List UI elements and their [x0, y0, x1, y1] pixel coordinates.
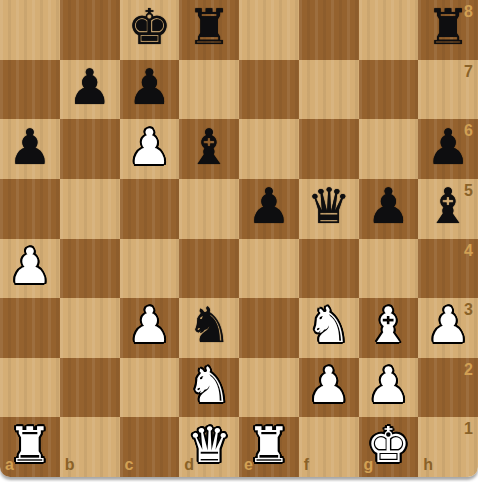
rank-label-2: 2 — [464, 362, 473, 378]
square-c8[interactable]: ♚ — [120, 0, 180, 60]
piece-white-queen-d1[interactable]: ♛ — [187, 421, 231, 470]
square-g5[interactable]: ♟ — [359, 179, 419, 239]
piece-black-pawn-a6[interactable]: ♟ — [8, 123, 52, 172]
square-b3[interactable] — [60, 298, 120, 358]
square-c3[interactable]: ♟ — [120, 298, 180, 358]
piece-black-pawn-h6[interactable]: ♟ — [426, 123, 470, 172]
square-h4[interactable]: 4 — [418, 239, 478, 299]
square-c1[interactable]: c — [120, 417, 180, 477]
piece-black-rook-h8[interactable]: ♜ — [426, 3, 470, 52]
piece-white-knight-f3[interactable]: ♞ — [307, 301, 351, 350]
square-h2[interactable]: 2 — [418, 358, 478, 418]
square-c2[interactable] — [120, 358, 180, 418]
piece-white-rook-a1[interactable]: ♜ — [8, 421, 52, 470]
file-label-f: f — [304, 457, 309, 473]
square-e3[interactable] — [239, 298, 299, 358]
piece-black-pawn-g5[interactable]: ♟ — [366, 182, 410, 231]
square-g8[interactable] — [359, 0, 419, 60]
square-h3[interactable]: 3♟ — [418, 298, 478, 358]
piece-black-pawn-e5[interactable]: ♟ — [247, 182, 291, 231]
piece-white-rook-e1[interactable]: ♜ — [247, 421, 291, 470]
square-f3[interactable]: ♞ — [299, 298, 359, 358]
square-g1[interactable]: g♚ — [359, 417, 419, 477]
piece-white-knight-d2[interactable]: ♞ — [187, 361, 231, 410]
square-f5[interactable]: ♛ — [299, 179, 359, 239]
square-f1[interactable]: f — [299, 417, 359, 477]
square-g6[interactable] — [359, 119, 419, 179]
piece-white-pawn-c6[interactable]: ♟ — [127, 123, 171, 172]
square-f6[interactable] — [299, 119, 359, 179]
square-a1[interactable]: a♜ — [0, 417, 60, 477]
square-d6[interactable]: ♝ — [179, 119, 239, 179]
square-e1[interactable]: e♜ — [239, 417, 299, 477]
square-a4[interactable]: ♟ — [0, 239, 60, 299]
square-h7[interactable]: 7 — [418, 60, 478, 120]
square-b7[interactable]: ♟ — [60, 60, 120, 120]
square-h1[interactable]: 1h — [418, 417, 478, 477]
piece-white-pawn-f2[interactable]: ♟ — [307, 361, 351, 410]
square-h6[interactable]: 6♟ — [418, 119, 478, 179]
square-a6[interactable]: ♟ — [0, 119, 60, 179]
rank-label-1: 1 — [464, 421, 473, 437]
square-b6[interactable] — [60, 119, 120, 179]
square-e5[interactable]: ♟ — [239, 179, 299, 239]
piece-white-pawn-h3[interactable]: ♟ — [426, 301, 470, 350]
square-e6[interactable] — [239, 119, 299, 179]
rank-label-7: 7 — [464, 64, 473, 80]
square-d2[interactable]: ♞ — [179, 358, 239, 418]
square-h5[interactable]: 5♝ — [418, 179, 478, 239]
square-f2[interactable]: ♟ — [299, 358, 359, 418]
square-e2[interactable] — [239, 358, 299, 418]
square-a2[interactable] — [0, 358, 60, 418]
square-b1[interactable]: b — [60, 417, 120, 477]
piece-white-king-g1[interactable]: ♚ — [366, 421, 410, 470]
square-f7[interactable] — [299, 60, 359, 120]
piece-black-pawn-b7[interactable]: ♟ — [68, 63, 112, 112]
square-h8[interactable]: 8♜ — [418, 0, 478, 60]
square-b4[interactable] — [60, 239, 120, 299]
file-label-h: h — [423, 457, 433, 473]
square-c5[interactable] — [120, 179, 180, 239]
piece-black-pawn-c7[interactable]: ♟ — [127, 63, 171, 112]
square-c4[interactable] — [120, 239, 180, 299]
square-d3[interactable]: ♞ — [179, 298, 239, 358]
file-label-c: c — [125, 457, 134, 473]
square-f4[interactable] — [299, 239, 359, 299]
piece-black-queen-f5[interactable]: ♛ — [307, 182, 351, 231]
chess-app-window: ♚♜8♜♟♟7♟♟♝6♟♟♛♟5♝♟4♟♞♞♝3♟♞♟♟2a♜bcd♛e♜fg♚… — [0, 0, 478, 482]
piece-black-bishop-d6[interactable]: ♝ — [187, 123, 231, 172]
square-a7[interactable] — [0, 60, 60, 120]
square-e4[interactable] — [239, 239, 299, 299]
square-e8[interactable] — [239, 0, 299, 60]
square-d1[interactable]: d♛ — [179, 417, 239, 477]
square-b8[interactable] — [60, 0, 120, 60]
chess-board: ♚♜8♜♟♟7♟♟♝6♟♟♛♟5♝♟4♟♞♞♝3♟♞♟♟2a♜bcd♛e♜fg♚… — [0, 0, 478, 477]
piece-white-pawn-g2[interactable]: ♟ — [366, 361, 410, 410]
piece-black-bishop-h5[interactable]: ♝ — [426, 182, 470, 231]
piece-black-rook-d8[interactable]: ♜ — [187, 3, 231, 52]
square-g7[interactable] — [359, 60, 419, 120]
piece-white-pawn-c3[interactable]: ♟ — [127, 301, 171, 350]
square-g3[interactable]: ♝ — [359, 298, 419, 358]
piece-black-king-c8[interactable]: ♚ — [127, 3, 171, 52]
square-g4[interactable] — [359, 239, 419, 299]
square-e7[interactable] — [239, 60, 299, 120]
piece-white-bishop-g3[interactable]: ♝ — [366, 301, 410, 350]
square-f8[interactable] — [299, 0, 359, 60]
square-d8[interactable]: ♜ — [179, 0, 239, 60]
square-d4[interactable] — [179, 239, 239, 299]
file-label-b: b — [65, 457, 75, 473]
square-a8[interactable] — [0, 0, 60, 60]
square-b5[interactable] — [60, 179, 120, 239]
piece-black-knight-d3[interactable]: ♞ — [187, 301, 231, 350]
square-c7[interactable]: ♟ — [120, 60, 180, 120]
square-d7[interactable] — [179, 60, 239, 120]
rank-label-4: 4 — [464, 243, 473, 259]
piece-white-pawn-a4[interactable]: ♟ — [8, 242, 52, 291]
square-b2[interactable] — [60, 358, 120, 418]
square-g2[interactable]: ♟ — [359, 358, 419, 418]
square-a5[interactable] — [0, 179, 60, 239]
square-c6[interactable]: ♟ — [120, 119, 180, 179]
square-a3[interactable] — [0, 298, 60, 358]
square-d5[interactable] — [179, 179, 239, 239]
